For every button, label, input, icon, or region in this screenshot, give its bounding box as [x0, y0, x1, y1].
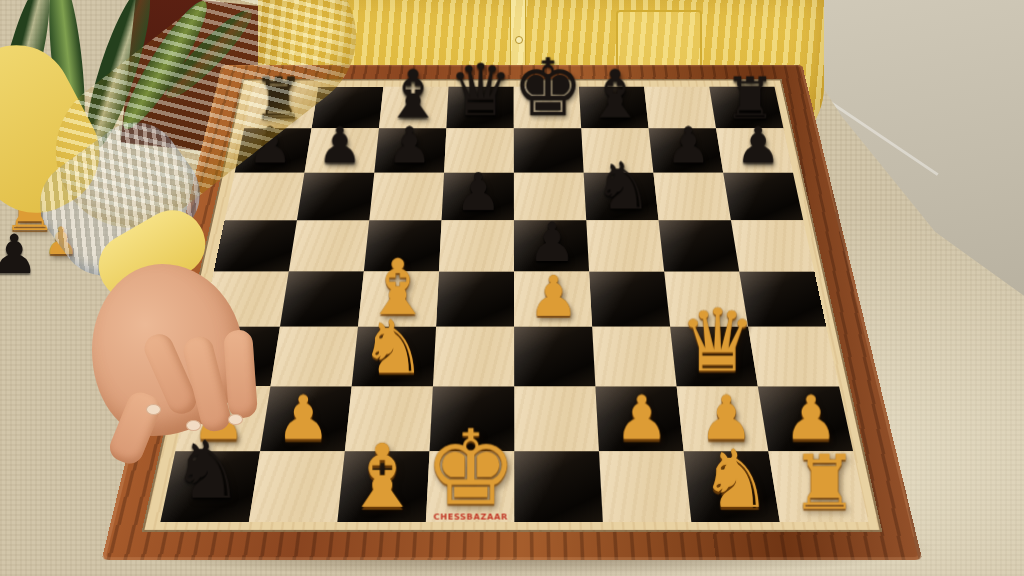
captured-black-pawn[interactable]: ♟: [0, 228, 38, 282]
square-f4[interactable]: [589, 271, 670, 326]
square-a6[interactable]: [225, 173, 305, 221]
piece-black-queen[interactable]: ♛: [448, 55, 512, 127]
square-a3[interactable]: [189, 327, 280, 387]
square-a5[interactable]: [214, 220, 297, 271]
piece-white-knight[interactable]: ♞: [699, 440, 771, 520]
square-h6[interactable]: [723, 173, 803, 221]
square-d5[interactable]: [439, 220, 514, 271]
board-margin: ♜♝♛♚♝♜♟♟♟♟♟♟♞♟♝♟♞♛♟♟♟♟♟♞♝♚CHESSBAZAAR♞♜: [142, 79, 883, 531]
square-g3[interactable]: ♛: [670, 327, 758, 387]
scene: ♜♟♟ ♜♝♛♚♝♜♟♟♟♟♟♟♞♟♝♟♞♛♟♟♟♟♟♞♝♚CHESSBAZAA…: [0, 0, 1024, 576]
square-e3[interactable]: [514, 327, 595, 387]
piece-black-pawn[interactable]: ♟: [317, 121, 362, 171]
square-f5[interactable]: [586, 220, 664, 271]
square-f3[interactable]: [592, 327, 677, 387]
piece-black-pawn[interactable]: ♟: [454, 167, 501, 219]
brand-label: CHESSBAZAAR: [433, 513, 507, 522]
square-e4[interactable]: ♟: [514, 271, 592, 326]
square-b2[interactable]: ♟: [260, 386, 352, 451]
square-f1[interactable]: [599, 451, 691, 522]
square-g7[interactable]: ♟: [649, 128, 724, 172]
piece-white-rook[interactable]: ♜: [790, 445, 858, 520]
square-e7[interactable]: [514, 128, 584, 172]
piece-white-pawn[interactable]: ♟: [614, 389, 669, 450]
square-e2[interactable]: [514, 386, 599, 451]
piece-black-pawn[interactable]: ♟: [527, 216, 575, 270]
square-d6[interactable]: ♟: [442, 173, 514, 221]
square-a4[interactable]: [202, 271, 289, 326]
square-e1[interactable]: [514, 451, 603, 522]
square-b5[interactable]: [289, 220, 369, 271]
square-f2[interactable]: ♟: [595, 386, 683, 451]
piece-black-bishop[interactable]: ♝: [585, 61, 645, 127]
square-g5[interactable]: [659, 220, 740, 271]
square-c1[interactable]: ♝: [337, 451, 429, 522]
square-b1[interactable]: [249, 451, 345, 522]
captured-white-pawn[interactable]: ♟: [44, 222, 78, 260]
square-f6[interactable]: ♞: [584, 173, 659, 221]
square-h7[interactable]: ♟: [716, 128, 793, 172]
chess-board-frame: ♜♝♛♚♝♜♟♟♟♟♟♟♞♟♝♟♞♛♟♟♟♟♟♞♝♚CHESSBAZAAR♞♜: [102, 65, 923, 560]
plant-leaf: [42, 0, 91, 156]
square-h3[interactable]: [748, 327, 839, 387]
square-h1[interactable]: ♜: [768, 451, 868, 522]
piece-white-king[interactable]: ♚: [424, 416, 517, 520]
square-d8[interactable]: ♛: [446, 87, 513, 128]
square-d4[interactable]: [436, 271, 514, 326]
square-c6[interactable]: [369, 173, 444, 221]
square-b3[interactable]: [270, 327, 358, 387]
piece-black-king[interactable]: ♚: [512, 48, 583, 127]
square-b4[interactable]: [280, 271, 364, 326]
piece-white-bishop[interactable]: ♝: [343, 433, 421, 520]
square-c3[interactable]: ♞: [352, 327, 436, 387]
chess-board-area: ♜♝♛♚♝♜♟♟♟♟♟♟♞♟♝♟♞♛♟♟♟♟♟♞♝♚CHESSBAZAAR♞♜: [100, 50, 924, 565]
piece-black-knight[interactable]: ♞: [171, 431, 242, 511]
square-g6[interactable]: [653, 173, 730, 221]
piece-white-queen[interactable]: ♛: [678, 298, 756, 385]
square-e8[interactable]: ♚: [514, 87, 581, 128]
square-a1[interactable]: ♞: [160, 451, 260, 522]
square-a7[interactable]: ♟: [235, 128, 312, 172]
square-c7[interactable]: ♟: [374, 128, 446, 172]
captured-pieces: ♜♟♟: [0, 170, 90, 360]
board-grid: ♜♝♛♚♝♜♟♟♟♟♟♟♞♟♝♟♞♛♟♟♟♟♟♞♝♚CHESSBAZAAR♞♜: [160, 87, 868, 522]
square-h5[interactable]: [731, 220, 814, 271]
piece-white-pawn[interactable]: ♟: [528, 269, 578, 325]
piece-black-pawn[interactable]: ♟: [666, 121, 711, 171]
square-b6[interactable]: [297, 173, 374, 221]
piece-black-pawn[interactable]: ♟: [735, 121, 780, 171]
square-b7[interactable]: ♟: [305, 128, 379, 172]
piece-black-knight[interactable]: ♞: [593, 153, 652, 219]
square-d1[interactable]: ♚CHESSBAZAAR: [426, 451, 514, 522]
square-g1[interactable]: ♞: [684, 451, 780, 522]
piece-black-pawn[interactable]: ♟: [387, 121, 432, 171]
piece-white-pawn[interactable]: ♟: [275, 389, 330, 450]
square-d3[interactable]: [433, 327, 514, 387]
square-f8[interactable]: ♝: [579, 87, 649, 128]
piece-black-pawn[interactable]: ♟: [247, 121, 292, 171]
piece-white-knight[interactable]: ♞: [359, 311, 425, 385]
